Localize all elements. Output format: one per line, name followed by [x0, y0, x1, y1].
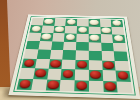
board-square-light: [89, 80, 104, 92]
board-square-dark[interactable]: [64, 33, 77, 41]
board-square-dark[interactable]: [101, 42, 114, 51]
checker-piece-white[interactable]: [54, 26, 64, 32]
board-square-light: [47, 69, 62, 80]
board-square-light: [50, 50, 64, 59]
board-square-dark[interactable]: [89, 70, 103, 81]
checker-piece-red[interactable]: [35, 69, 47, 77]
checker-piece-red[interactable]: [50, 60, 61, 68]
board-square-dark[interactable]: [102, 60, 116, 70]
board-square-dark[interactable]: [112, 34, 125, 42]
checker-piece-white[interactable]: [114, 35, 124, 42]
board-square-light: [117, 81, 133, 93]
board-square-dark[interactable]: [74, 80, 88, 92]
board-square-dark[interactable]: [76, 42, 89, 51]
checker-piece-white[interactable]: [66, 34, 76, 41]
board-square-light: [62, 59, 76, 69]
board-grid: [17, 18, 133, 93]
checker-piece-red[interactable]: [62, 70, 73, 78]
checker-piece-red[interactable]: [23, 59, 35, 67]
board-square-light: [101, 51, 115, 61]
checker-piece-white[interactable]: [112, 20, 122, 26]
checker-piece-red[interactable]: [90, 71, 101, 80]
board-square-light: [89, 60, 103, 70]
checker-piece-white[interactable]: [44, 19, 54, 25]
board-square-light: [115, 61, 130, 71]
board-square-light: [113, 43, 127, 52]
board-square-light: [76, 50, 89, 60]
checker-piece-red[interactable]: [19, 79, 32, 88]
board-square-dark[interactable]: [89, 51, 102, 61]
board-square-dark[interactable]: [103, 81, 118, 93]
checker-piece-white[interactable]: [41, 33, 51, 39]
board-scene: [0, 0, 140, 100]
board-square-light: [52, 33, 65, 41]
checker-piece-red[interactable]: [77, 60, 87, 68]
board-square-dark[interactable]: [114, 51, 128, 61]
checker-piece-white[interactable]: [90, 20, 99, 26]
board-square-light: [63, 41, 76, 50]
checker-piece-white[interactable]: [78, 27, 87, 33]
board-square-dark[interactable]: [63, 50, 76, 60]
board-square-light: [89, 42, 102, 51]
board-square-light: [75, 69, 89, 80]
checker-piece-white[interactable]: [31, 26, 41, 32]
board-square-dark[interactable]: [116, 70, 131, 81]
checker-piece-white[interactable]: [90, 35, 100, 42]
checkers-board: [8, 14, 140, 99]
board-square-dark[interactable]: [89, 34, 101, 42]
board-square-light: [60, 80, 75, 92]
checker-piece-red[interactable]: [117, 71, 129, 80]
board-square-dark[interactable]: [48, 59, 62, 69]
board-square-light: [102, 70, 117, 81]
board-square-dark[interactable]: [51, 41, 64, 50]
checker-piece-red[interactable]: [103, 61, 114, 69]
board-pinstripe: [13, 16, 136, 95]
checker-piece-red[interactable]: [47, 80, 59, 89]
checker-piece-red[interactable]: [104, 82, 116, 91]
board-square-light: [76, 34, 88, 42]
checker-piece-white[interactable]: [101, 27, 111, 33]
checker-piece-red[interactable]: [76, 81, 87, 90]
board-square-dark[interactable]: [75, 60, 89, 70]
board-square-dark[interactable]: [45, 79, 60, 91]
board-square-light: [100, 34, 113, 42]
photo-background: [0, 0, 140, 100]
checker-piece-white[interactable]: [67, 19, 76, 25]
board-square-dark[interactable]: [61, 69, 75, 80]
